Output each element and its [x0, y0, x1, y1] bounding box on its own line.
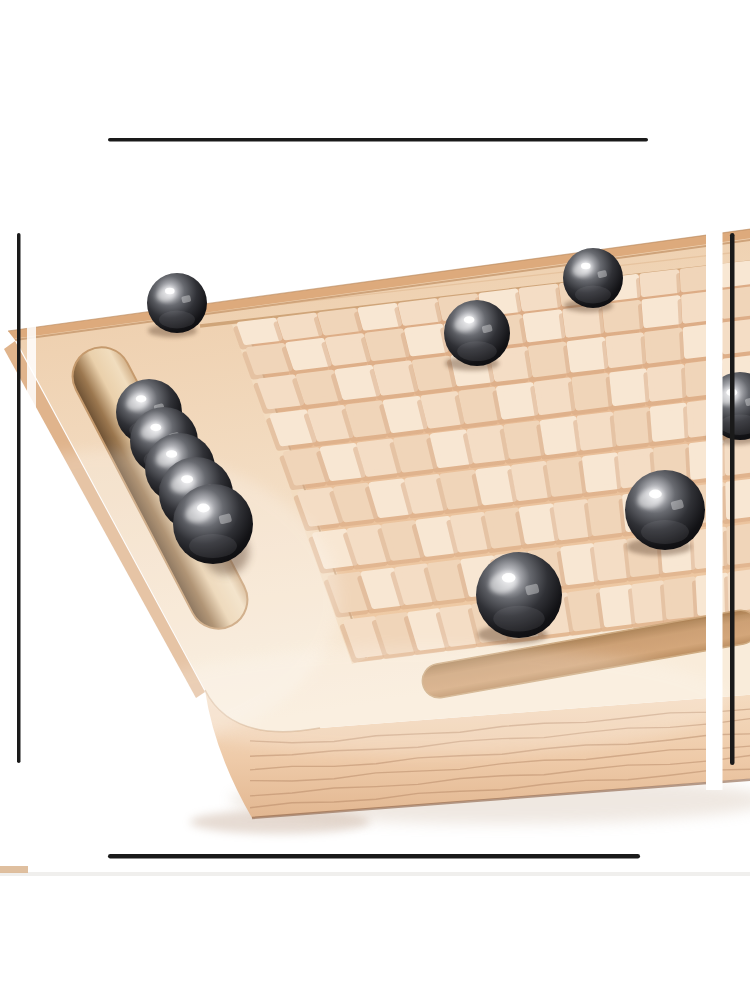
board-cell[interactable] [597, 542, 629, 578]
decor-frame-line [730, 233, 735, 765]
board-cell[interactable] [543, 419, 578, 452]
left-white-strip [27, 240, 36, 785]
board-cell[interactable] [647, 331, 681, 361]
black-stone[interactable] [147, 273, 207, 333]
board-cell[interactable] [612, 372, 646, 403]
board-cell[interactable] [580, 415, 614, 448]
product-photo-frame [0, 0, 750, 1000]
board-cell[interactable] [526, 313, 562, 340]
black-stone[interactable] [563, 248, 623, 308]
board-cell[interactable] [635, 584, 665, 621]
board-cell[interactable] [361, 306, 399, 328]
decor-frame-line [17, 233, 21, 763]
board-cell[interactable] [506, 424, 542, 457]
board-cell[interactable] [591, 498, 623, 533]
board-cell[interactable] [653, 406, 686, 439]
board-cell[interactable] [575, 376, 610, 407]
board-cell[interactable] [240, 321, 280, 342]
board-cell[interactable] [368, 332, 407, 358]
black-stone[interactable] [625, 470, 705, 550]
board-cell[interactable] [724, 289, 750, 316]
board-cell[interactable] [650, 367, 683, 399]
board-cell[interactable] [321, 311, 360, 332]
board-cell[interactable] [499, 385, 535, 416]
black-stone[interactable] [444, 300, 510, 366]
board-cell[interactable] [667, 580, 696, 617]
light-wash [130, 645, 730, 755]
photo-bottom-sliver [0, 866, 28, 873]
board-cell[interactable] [724, 321, 750, 351]
board-cell[interactable] [645, 298, 680, 325]
board-cell[interactable] [616, 410, 649, 443]
board-cell[interactable] [585, 455, 618, 489]
right-white-strip [706, 230, 723, 790]
board-cell[interactable] [549, 460, 583, 494]
board-cell[interactable] [537, 381, 572, 412]
black-stone[interactable] [173, 484, 253, 564]
black-stone[interactable] [476, 552, 562, 638]
decor-frame-line [108, 854, 640, 859]
board-cell[interactable] [570, 340, 605, 370]
board-cell[interactable] [401, 301, 439, 323]
board-cell[interactable] [608, 335, 643, 365]
decor-frame-line [108, 138, 648, 142]
board-cell[interactable] [280, 316, 319, 337]
gomoku-board-scene [0, 0, 750, 1000]
board-cell[interactable] [407, 327, 445, 354]
board-cell[interactable] [531, 345, 567, 374]
board-cell[interactable] [723, 263, 750, 285]
board-cell[interactable] [643, 272, 678, 294]
photo-bottom-seam [0, 872, 750, 876]
board-cell[interactable] [522, 287, 558, 309]
